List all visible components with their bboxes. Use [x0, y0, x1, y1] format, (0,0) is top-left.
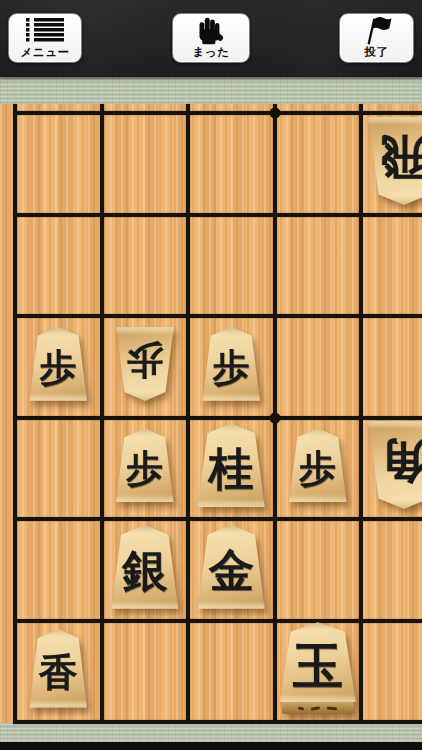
shogi-piece-gote-bishop-5g[interactable]: 角	[366, 421, 422, 509]
piece-kanji: 歩	[40, 342, 77, 386]
shogi-piece-sente-silver-8h[interactable]: 銀	[109, 525, 181, 609]
grid-line	[13, 517, 422, 521]
matta-button-label: まった	[193, 46, 230, 59]
grid-line	[13, 111, 422, 115]
resign-flag-icon	[362, 16, 392, 46]
piece-kanji: 歩	[126, 443, 163, 487]
menu-list-icon	[26, 16, 64, 46]
piece-kanji: 桂	[209, 439, 254, 491]
grid-line	[13, 619, 422, 623]
hand-stop-icon	[196, 16, 226, 46]
matta-undo-button[interactable]: まった	[172, 13, 250, 63]
toolbar: メニュー まった	[0, 0, 422, 77]
piece-kanji: 角	[381, 438, 422, 492]
shogi-piece-sente-knight-7g[interactable]: 桂	[195, 423, 267, 507]
shogi-piece-sente-lance-9i[interactable]: 香	[27, 629, 89, 708]
shogi-piece-sente-pawn-6g[interactable]: 歩	[287, 428, 349, 502]
piece-kanji: 歩	[299, 443, 336, 487]
piece-kanji: 歩	[126, 342, 163, 386]
shogi-board[interactable]: 飛歩歩歩歩桂歩角銀金香玉	[0, 104, 422, 723]
resign-button[interactable]: 投了	[339, 13, 414, 63]
piece-kanji: 玉	[293, 634, 343, 691]
grid-line	[13, 104, 17, 723]
shogi-piece-sente-king-6i[interactable]: 玉	[277, 622, 359, 714]
piece-kanji: 金	[209, 541, 254, 593]
resign-button-label: 投了	[365, 46, 389, 59]
grid-line	[100, 104, 104, 723]
grid-line	[13, 314, 422, 318]
app-screen: メニュー まった	[0, 0, 422, 750]
shogi-piece-sente-pawn-7f[interactable]: 歩	[200, 327, 262, 401]
grid-line	[359, 104, 363, 723]
grid-line	[13, 720, 422, 724]
grid-line	[13, 213, 422, 217]
bottom-bar	[0, 742, 422, 750]
star-point	[269, 412, 280, 423]
piece-kanji: 歩	[213, 342, 250, 386]
piece-kanji: 飛	[381, 134, 422, 188]
grid-line	[13, 416, 422, 420]
grid-line	[186, 104, 190, 723]
piece-bottom-stamp	[282, 702, 354, 714]
piece-kanji: 香	[39, 645, 78, 691]
shogi-piece-sente-pawn-9f[interactable]: 歩	[27, 327, 89, 401]
menu-button-label: メニュー	[21, 46, 70, 59]
shogi-piece-gote-pawn-8f[interactable]: 歩	[114, 327, 176, 401]
piece-kanji: 銀	[122, 541, 167, 593]
star-point	[269, 108, 280, 119]
shogi-piece-sente-gold-7h[interactable]: 金	[195, 525, 267, 609]
shogi-piece-sente-pawn-8g[interactable]: 歩	[114, 428, 176, 502]
shogi-piece-gote-rook-5d[interactable]: 飛	[366, 117, 422, 205]
menu-button[interactable]: メニュー	[8, 13, 82, 63]
